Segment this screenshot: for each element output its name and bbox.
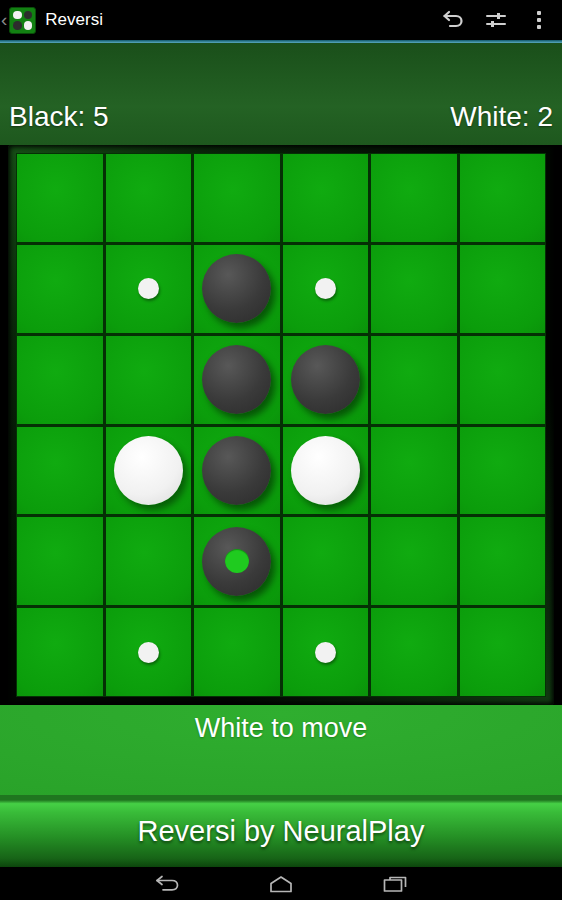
board-cell-c6[interactable] (194, 608, 280, 696)
board-cell-b3[interactable] (106, 336, 192, 424)
board-cell-b1[interactable] (106, 154, 192, 242)
back-icon[interactable] (152, 873, 182, 895)
black-disc (202, 254, 271, 323)
board-cell-e6[interactable] (371, 608, 457, 696)
board-cell-f3[interactable] (460, 336, 546, 424)
black-disc (202, 436, 271, 505)
board-cell-b6[interactable] (106, 608, 192, 696)
white-disc (114, 436, 183, 505)
legal-move-dot[interactable] (138, 278, 159, 299)
board-grid (16, 153, 546, 697)
board-cell-b4[interactable] (106, 427, 192, 515)
action-bar: ‹ Reversi (0, 0, 562, 40)
legal-move-dot[interactable] (315, 642, 336, 663)
board-cell-e4[interactable] (371, 427, 457, 515)
board-cell-a4[interactable] (17, 427, 103, 515)
board-cell-c4[interactable] (194, 427, 280, 515)
banner-text: Reversi by NeuralPlay (138, 815, 425, 848)
board-cell-e1[interactable] (371, 154, 457, 242)
board-cell-f4[interactable] (460, 427, 546, 515)
board-cell-a1[interactable] (17, 154, 103, 242)
board-cell-e5[interactable] (371, 517, 457, 605)
board-cell-c1[interactable] (194, 154, 280, 242)
app-title: Reversi (45, 10, 103, 30)
app-icon-black-disc (24, 11, 33, 20)
board-cell-a6[interactable] (17, 608, 103, 696)
board-cell-b2[interactable] (106, 245, 192, 333)
board-cell-b5[interactable] (106, 517, 192, 605)
recents-icon[interactable] (380, 873, 410, 895)
board-cell-c3[interactable] (194, 336, 280, 424)
board-cell-d1[interactable] (283, 154, 369, 242)
white-disc (291, 436, 360, 505)
app-icon-white-disc (13, 11, 22, 20)
undo-icon[interactable] (440, 7, 466, 33)
turn-status-text: White to move (195, 713, 368, 743)
overflow-menu-icon[interactable] (526, 7, 552, 33)
board-cell-c2[interactable] (194, 245, 280, 333)
home-icon[interactable] (266, 873, 296, 895)
board-cell-f5[interactable] (460, 517, 546, 605)
settings-sliders-icon[interactable] (483, 7, 509, 33)
board-cell-e2[interactable] (371, 245, 457, 333)
board-cell-d4[interactable] (283, 427, 369, 515)
status-area: White to move (0, 705, 562, 795)
board-cell-a3[interactable] (17, 336, 103, 424)
score-area: Black: 5 White: 2 (0, 43, 562, 145)
legal-move-dot[interactable] (138, 642, 159, 663)
black-disc (202, 345, 271, 414)
board-cell-c5[interactable] (194, 517, 280, 605)
board-cell-d2[interactable] (283, 245, 369, 333)
board-cell-d6[interactable] (283, 608, 369, 696)
black-disc (291, 345, 360, 414)
board-cell-a5[interactable] (17, 517, 103, 605)
legal-move-dot[interactable] (315, 278, 336, 299)
up-caret-icon[interactable]: ‹ (0, 0, 9, 40)
board-cell-f6[interactable] (460, 608, 546, 696)
board-cell-d5[interactable] (283, 517, 369, 605)
app-icon (9, 7, 36, 34)
app-icon-white-disc (24, 21, 33, 30)
app-icon-black-disc (13, 21, 22, 30)
board-cell-a2[interactable] (17, 245, 103, 333)
banner: Reversi by NeuralPlay (0, 795, 562, 867)
board-cell-f2[interactable] (460, 245, 546, 333)
action-bar-buttons (440, 7, 562, 33)
black-disc (202, 527, 271, 596)
white-score: White: 2 (450, 101, 553, 133)
board-frame (8, 145, 554, 705)
last-move-indicator (225, 549, 249, 573)
board-cell-f1[interactable] (460, 154, 546, 242)
board-cell-d3[interactable] (283, 336, 369, 424)
board-cell-e3[interactable] (371, 336, 457, 424)
black-score: Black: 5 (9, 101, 109, 133)
system-nav-bar (0, 867, 562, 900)
reversi-app-screen: ‹ Reversi (0, 0, 562, 900)
